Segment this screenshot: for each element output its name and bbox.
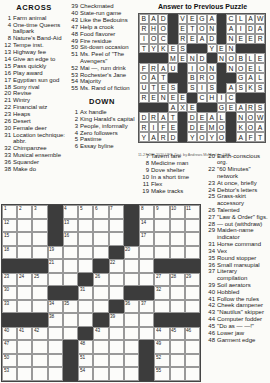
across-clue-22: 22Financial wiz bbox=[2, 104, 66, 110]
cell-number: 45 bbox=[171, 328, 176, 333]
grid-cell-r7c7[interactable] bbox=[93, 286, 108, 300]
clue-text: Tavern fare bbox=[151, 153, 181, 159]
answer-letter-cell: L bbox=[255, 63, 265, 73]
grid-cell-r2c7[interactable] bbox=[93, 219, 108, 233]
clue-text: Follow the rules bbox=[217, 296, 259, 302]
answer-letter-cell: A bbox=[197, 34, 207, 44]
answer-letter-cell: F bbox=[246, 132, 256, 142]
grid-cell-r4c4[interactable]: 19 bbox=[48, 246, 63, 260]
cell-number: 2 bbox=[19, 206, 22, 211]
grid-cell-r11c4[interactable] bbox=[48, 340, 63, 354]
grid-cell-r4c6[interactable] bbox=[78, 246, 93, 260]
grid-cell-r11c1[interactable]: 47 bbox=[2, 340, 17, 354]
black-cell bbox=[139, 354, 154, 368]
grid-cell-r13c4[interactable] bbox=[48, 367, 63, 381]
cell-number: 21 bbox=[49, 260, 54, 265]
grid-cell-r8c2[interactable] bbox=[17, 300, 32, 314]
grid-cell-r10c3[interactable]: 42 bbox=[32, 327, 47, 341]
down-clue-23: 23At once, briefly bbox=[206, 180, 269, 186]
clue-number: 28 bbox=[206, 221, 215, 227]
clue-number: 14 bbox=[2, 56, 11, 62]
across-clue-39: 39Checkmated bbox=[69, 3, 135, 9]
answer-letter-cell: B bbox=[236, 53, 246, 63]
black-cell bbox=[185, 313, 200, 327]
grid-cell-r4c1[interactable]: 18 bbox=[2, 246, 17, 260]
answer-letter-cell: I bbox=[149, 122, 159, 132]
grid-cell-r11c13[interactable] bbox=[185, 340, 200, 354]
grid-cell-r12c2[interactable] bbox=[17, 354, 32, 368]
answer-letter-cell: K bbox=[246, 83, 256, 93]
cell-number: 41 bbox=[19, 328, 24, 333]
grid-cell-r10c5[interactable] bbox=[63, 327, 78, 341]
grid-cell-r5c9[interactable] bbox=[124, 259, 139, 273]
across-clue-8: 8Nature's Band-Aid bbox=[2, 35, 66, 41]
grid-cell-r5c4[interactable]: 21 bbox=[48, 259, 63, 273]
grid-cell-r2c13[interactable] bbox=[185, 219, 200, 233]
grid-cell-r7c1[interactable]: 30 bbox=[2, 286, 17, 300]
answer-letter-cell: D bbox=[139, 112, 149, 122]
answer-letter-cell: T bbox=[187, 24, 197, 34]
black-cell bbox=[78, 273, 93, 287]
cell-number: 47 bbox=[4, 341, 9, 346]
grid-cell-r9c4[interactable]: 38 bbox=[48, 313, 63, 327]
grid-cell-r2c10[interactable]: 14 bbox=[139, 219, 154, 233]
answer-letter-cell: D bbox=[246, 24, 256, 34]
answer-black-cell bbox=[187, 93, 197, 103]
grid-cell-r11c7[interactable] bbox=[93, 340, 108, 354]
cell-number: 46 bbox=[186, 328, 191, 333]
answer-letter-cell: I bbox=[139, 34, 149, 44]
answer-letter-cell: E bbox=[217, 44, 227, 54]
answer-black-cell bbox=[236, 93, 246, 103]
across-clue-20: 20Revise bbox=[2, 90, 66, 96]
down-clues-column-2: 7Tavern fare8Medicine man9Dove shelter10… bbox=[140, 153, 202, 194]
grid-cell-r9c9[interactable] bbox=[124, 313, 139, 327]
grid-cell-r11c2[interactable] bbox=[17, 340, 32, 354]
answer-letter-cell: O bbox=[236, 63, 246, 73]
grid-cell-r13c13[interactable] bbox=[185, 367, 200, 381]
clue-number: 30 bbox=[2, 125, 11, 131]
black-cell bbox=[48, 232, 63, 246]
down-clue-34: 34Vex bbox=[206, 248, 269, 254]
clue-text: Earth-conscious org. bbox=[217, 153, 260, 165]
grid-cell-r2c8[interactable] bbox=[109, 219, 124, 233]
clue-number: 44 bbox=[206, 316, 215, 322]
grid-cell-r10c10[interactable] bbox=[139, 327, 154, 341]
grid-cell-r13c6[interactable]: 54 bbox=[78, 367, 93, 381]
grid-cell-r7c2[interactable] bbox=[17, 286, 32, 300]
across-clues-list-2: 39Checkmated40State-run game43Like the B… bbox=[69, 3, 135, 92]
grid-cell-r5c6[interactable] bbox=[78, 259, 93, 273]
across-clues-column-2: 39Checkmated40State-run game43Like the B… bbox=[69, 3, 135, 150]
answer-letter-cell: T bbox=[158, 73, 168, 83]
clue-text: Computer fodder bbox=[217, 316, 262, 322]
grid-cell-r8c6[interactable] bbox=[78, 300, 93, 314]
grid-cell-r8c1[interactable]: 33 bbox=[2, 300, 17, 314]
grid-cell-r1c3[interactable]: 3 bbox=[32, 205, 47, 219]
answer-letter-cell: H bbox=[149, 24, 159, 34]
grid-cell-r7c3[interactable] bbox=[32, 286, 47, 300]
grid-cell-r13c8[interactable] bbox=[109, 367, 124, 381]
grid-cell-r6c9[interactable] bbox=[124, 273, 139, 287]
clue-number: 34 bbox=[206, 248, 215, 254]
answer-letter-cell: O bbox=[158, 24, 168, 34]
clue-text: Sit-down occasion bbox=[80, 44, 129, 50]
answer-black-cell bbox=[246, 93, 256, 103]
answer-letter-cell: N bbox=[187, 53, 197, 63]
grid-cell-r6c1[interactable]: 23 bbox=[2, 273, 17, 287]
grid-cell-r1c11[interactable]: 9 bbox=[154, 205, 169, 219]
grid-cell-r6c3[interactable]: 25 bbox=[32, 273, 47, 287]
across-clue-31: 31Location technique: abbr. bbox=[2, 132, 66, 145]
grid-cell-r8c10[interactable]: 37 bbox=[139, 300, 154, 314]
answer-letter-cell: N bbox=[226, 63, 236, 73]
clue-number: 5 bbox=[69, 136, 78, 142]
cell-number: 48 bbox=[80, 341, 85, 346]
grid-cell-r8c4[interactable]: 34 bbox=[48, 300, 63, 314]
grid-cell-r6c5[interactable] bbox=[63, 273, 78, 287]
grid-cell-r13c2[interactable] bbox=[17, 367, 32, 381]
grid-cell-r3c10[interactable]: 17 bbox=[139, 232, 154, 246]
grid-cell-r13c3[interactable] bbox=[32, 367, 47, 381]
grid-cell-r8c3[interactable] bbox=[32, 300, 47, 314]
answer-black-cell bbox=[246, 44, 256, 54]
answer-black-cell bbox=[226, 73, 236, 83]
grid-cell-r1c6[interactable]: 5 bbox=[78, 205, 93, 219]
clue-number: 22 bbox=[2, 104, 11, 110]
grid-cell-r4c5[interactable] bbox=[63, 246, 78, 260]
answer-letter-cell: X bbox=[178, 103, 188, 113]
grid-cell-r12c3[interactable] bbox=[32, 354, 47, 368]
answer-black-cell bbox=[217, 83, 227, 93]
clue-number: 37 bbox=[206, 268, 215, 274]
clue-text: Small marsupial bbox=[217, 262, 260, 268]
across-clue-40: 40State-run game bbox=[69, 10, 135, 16]
answer-letter-cell: S bbox=[236, 83, 246, 93]
grid-cell-r9c6[interactable] bbox=[78, 313, 93, 327]
clue-number: 12 bbox=[2, 42, 11, 48]
answer-letter-cell: N bbox=[226, 44, 236, 54]
grid-cell-r6c11[interactable]: 27 bbox=[154, 273, 169, 287]
black-cell bbox=[48, 219, 63, 233]
grid-cell-r11c3[interactable] bbox=[32, 340, 47, 354]
clue-text: Food flavorer bbox=[80, 31, 115, 37]
grid-cell-r10c1[interactable]: 40 bbox=[2, 327, 17, 341]
across-clue-17: 17Egyptian sun god bbox=[2, 77, 66, 83]
answer-letter-cell: K bbox=[236, 122, 246, 132]
clue-text: Desert bbox=[13, 118, 31, 124]
clue-number: 55 bbox=[69, 85, 78, 91]
down-clue-48: 48Garment edge bbox=[206, 337, 269, 343]
grid-cell-r13c11[interactable]: 55 bbox=[154, 367, 169, 381]
grid-cell-r12c7[interactable] bbox=[93, 354, 108, 368]
clue-number: 10 bbox=[140, 174, 149, 180]
clue-number: 9 bbox=[140, 167, 149, 173]
grid-cell-r10c2[interactable]: 41 bbox=[17, 327, 32, 341]
down-clues-column-3: 20Earth-conscious org.22"60 Minutes" net… bbox=[206, 153, 269, 344]
across-clue-14: 14Give an edge to bbox=[2, 56, 66, 62]
grid-cell-r1c10[interactable]: 8 bbox=[139, 205, 154, 219]
cell-number: 28 bbox=[171, 274, 176, 279]
across-clue-32: 32Chimpanzee bbox=[2, 145, 66, 151]
clue-number: 40 bbox=[69, 10, 78, 16]
across-clue-52: 52Mai —, rum drink bbox=[69, 65, 135, 71]
down-clue-39: 39Soil aerators bbox=[206, 282, 269, 288]
clue-number: 20 bbox=[206, 153, 215, 159]
grid-cell-r13c9[interactable] bbox=[124, 367, 139, 381]
across-clue-53: 53Rochester's Jane bbox=[69, 72, 135, 78]
down-clue-8: 8Medicine man bbox=[140, 160, 202, 166]
answer-letter-cell: S bbox=[255, 103, 265, 113]
answer-letter-cell: L bbox=[246, 53, 256, 63]
down-clue-10: 10In a short time bbox=[140, 174, 202, 180]
grid-cell-r4c3[interactable] bbox=[32, 246, 47, 260]
answer-letter-cell: S bbox=[187, 83, 197, 93]
answer-letter-cell: D bbox=[187, 122, 197, 132]
answer-letter-cell: E bbox=[149, 93, 159, 103]
grid-cell-r9c10[interactable] bbox=[139, 313, 154, 327]
grid-cell-r2c2[interactable] bbox=[17, 219, 32, 233]
across-clue-15: 15Pass quickly bbox=[2, 63, 66, 69]
grid-cell-r7c12[interactable] bbox=[170, 286, 185, 300]
clue-text: — out (withdraw) bbox=[217, 221, 262, 227]
answer-black-cell bbox=[158, 103, 168, 113]
clue-number: 18 bbox=[2, 84, 11, 90]
grid-cell-r2c6[interactable] bbox=[78, 219, 93, 233]
answer-letter-cell: E bbox=[187, 103, 197, 113]
answer-letter-cell: O bbox=[197, 24, 207, 34]
grid-cell-r8c13[interactable] bbox=[185, 300, 200, 314]
cell-number: 10 bbox=[171, 206, 176, 211]
answer-black-cell bbox=[236, 44, 246, 54]
down-clue-20: 20Earth-conscious org. bbox=[206, 153, 269, 166]
grid-cell-r3c2[interactable] bbox=[17, 232, 32, 246]
grid-cell-r12c13[interactable] bbox=[185, 354, 200, 368]
clue-text: Pastime bbox=[80, 136, 102, 142]
grid-cell-r6c8[interactable] bbox=[109, 273, 124, 287]
clue-text: Tempe inst. bbox=[13, 42, 44, 48]
grid-cell-r3c5[interactable]: 16 bbox=[63, 232, 78, 246]
answer-black-cell bbox=[197, 44, 207, 54]
grid-cell-r10c4[interactable] bbox=[48, 327, 63, 341]
black-cell bbox=[32, 259, 47, 273]
grid-cell-r1c8[interactable]: 7 bbox=[109, 205, 124, 219]
grid-cell-r6c12[interactable]: 28 bbox=[170, 273, 185, 287]
answer-letter-cell: N bbox=[158, 93, 168, 103]
grid-cell-r2c1[interactable]: 12 bbox=[2, 219, 17, 233]
grid-cell-r12c4[interactable] bbox=[48, 354, 63, 368]
answer-letter-cell: R bbox=[255, 34, 265, 44]
clue-number: 26 bbox=[206, 207, 215, 213]
clue-number: 4 bbox=[69, 130, 78, 136]
cell-number: 24 bbox=[19, 274, 24, 279]
across-clue-43: 43Like the Bedouins bbox=[69, 17, 135, 23]
grid-cell-r10c7[interactable]: 43 bbox=[93, 327, 108, 341]
grid-cell-r7c13[interactable] bbox=[185, 286, 200, 300]
grid-cell-r2c11[interactable] bbox=[154, 219, 169, 233]
grid-cell-r13c12[interactable] bbox=[170, 367, 185, 381]
grid-cell-r10c13[interactable]: 46 bbox=[185, 327, 200, 341]
grid-cell-r1c13[interactable]: 11 bbox=[185, 205, 200, 219]
grid-cell-r4c13[interactable] bbox=[185, 246, 200, 260]
grid-cell-r9c5[interactable] bbox=[63, 313, 78, 327]
answer-letter-cell: E bbox=[178, 93, 188, 103]
grid-cell-r12c12[interactable] bbox=[170, 354, 185, 368]
grid-cell-r2c12[interactable] bbox=[170, 219, 185, 233]
grid-cell-r3c8[interactable] bbox=[109, 232, 124, 246]
grid-cell-r8c7[interactable] bbox=[93, 300, 108, 314]
answer-letter-cell: A bbox=[158, 63, 168, 73]
grid-cell-r3c6[interactable] bbox=[78, 232, 93, 246]
clue-text: Farm animal bbox=[13, 15, 46, 21]
down-clues-list-1: 1Ax handle2King Harald's capital3People,… bbox=[69, 109, 135, 150]
clue-number: 51 bbox=[69, 51, 78, 57]
grid-cell-r11c12[interactable] bbox=[170, 340, 185, 354]
grid-cell-r8c12[interactable] bbox=[170, 300, 185, 314]
clue-text: Nature's Band-Aid bbox=[13, 35, 62, 41]
down-clue-46: 46Lower jaw bbox=[206, 330, 269, 336]
clue-number: 3 bbox=[69, 123, 78, 129]
clue-text: Garment edge bbox=[217, 337, 255, 343]
across-clue-47: 47Help a crook bbox=[69, 24, 135, 30]
answer-letter-cell: I bbox=[197, 83, 207, 93]
grid-cell-r6c10[interactable] bbox=[139, 273, 154, 287]
grid-cell-r13c1[interactable]: 53 bbox=[2, 367, 17, 381]
grid-cell-r2c3[interactable] bbox=[32, 219, 47, 233]
clue-text: Female deer bbox=[13, 125, 47, 131]
grid-cell-r4c2[interactable] bbox=[17, 246, 32, 260]
grid-cell-r12c8[interactable] bbox=[109, 354, 124, 368]
cell-number: 34 bbox=[49, 301, 54, 306]
grid-cell-r7c11[interactable]: 32 bbox=[154, 286, 169, 300]
grid-cell-r1c7[interactable]: 6 bbox=[93, 205, 108, 219]
grid-cell-r1c12[interactable]: 10 bbox=[170, 205, 185, 219]
clue-text: Ms. Rand of fiction bbox=[80, 85, 130, 91]
across-clue-13: 13Highway fee bbox=[2, 49, 66, 55]
black-cell bbox=[63, 367, 78, 381]
black-cell bbox=[185, 259, 200, 273]
grid-cell-r7c8[interactable] bbox=[109, 286, 124, 300]
answer-to-previous-header: Answer to Previous Puzzle bbox=[138, 3, 267, 10]
across-clue-16: 16Play award bbox=[2, 70, 66, 76]
grid-cell-r6c13[interactable]: 29 bbox=[185, 273, 200, 287]
across-clue-18: 18Sony rival bbox=[2, 84, 66, 90]
across-clue-26: 26Desert bbox=[2, 118, 66, 124]
grid-cell-r11c8[interactable] bbox=[109, 340, 124, 354]
grid-cell-r10c9[interactable] bbox=[124, 327, 139, 341]
grid-cell-r4c10[interactable] bbox=[139, 246, 154, 260]
grid-cell-r6c7[interactable]: 26 bbox=[93, 273, 108, 287]
grid-cell-r5c5[interactable] bbox=[63, 259, 78, 273]
answer-letter-cell: O bbox=[246, 112, 256, 122]
grid-cell-r12c1[interactable]: 50 bbox=[2, 354, 17, 368]
grid-cell-r12c11[interactable]: 52 bbox=[154, 354, 169, 368]
grid-cell-r9c8[interactable]: 39 bbox=[109, 313, 124, 327]
cell-number: 42 bbox=[34, 328, 39, 333]
grid-cell-r3c3[interactable] bbox=[32, 232, 47, 246]
grid-cell-r4c12[interactable] bbox=[170, 246, 185, 260]
grid-cell-r4c7[interactable] bbox=[93, 246, 108, 260]
grid-cell-r12c6[interactable]: 51 bbox=[78, 354, 93, 368]
grid-cell-r5c10[interactable] bbox=[139, 259, 154, 273]
grid-cell-r10c11[interactable]: 44 bbox=[154, 327, 169, 341]
answer-letter-cell: E bbox=[197, 112, 207, 122]
answer-letter-cell: A bbox=[236, 132, 246, 142]
grid-cell-r3c7[interactable] bbox=[93, 232, 108, 246]
grid-cell-r8c5[interactable]: 35 bbox=[63, 300, 78, 314]
answer-black-cell bbox=[178, 112, 188, 122]
grid-cell-r3c13[interactable] bbox=[185, 232, 200, 246]
grid-cell-r6c4[interactable] bbox=[48, 273, 63, 287]
cell-number: 29 bbox=[186, 274, 191, 279]
grid-cell-r7c6[interactable]: 31 bbox=[78, 286, 93, 300]
clue-text: Give an edge to bbox=[13, 56, 55, 62]
answer-letter-cell: R bbox=[149, 112, 159, 122]
grid-cell-r2c5[interactable]: 13 bbox=[63, 219, 78, 233]
clue-text: Financial wiz bbox=[13, 104, 47, 110]
down-clues-list-3: 20Earth-conscious org.22"60 Minutes" net… bbox=[206, 153, 269, 343]
grid-cell-r8c11[interactable] bbox=[154, 300, 169, 314]
cell-number: 53 bbox=[4, 368, 9, 373]
grid-cell-r10c12[interactable]: 45 bbox=[170, 327, 185, 341]
grid-cell-r3c1[interactable]: 15 bbox=[2, 232, 17, 246]
clue-number: 26 bbox=[2, 118, 11, 124]
grid-cell-r4c9[interactable]: 20 bbox=[124, 246, 139, 260]
grid-cell-r6c2[interactable]: 24 bbox=[17, 273, 32, 287]
clue-number: 19 bbox=[140, 188, 149, 194]
grid-cell-r1c2[interactable]: 2 bbox=[17, 205, 32, 219]
down-clue-4: 4Zero followers bbox=[69, 130, 135, 136]
clue-number: 36 bbox=[2, 159, 11, 165]
down-clue-36: 36Small marsupial bbox=[206, 262, 269, 268]
down-clue-19: 19Make tracks bbox=[140, 188, 202, 194]
grid-cell-r11c11[interactable]: 49 bbox=[154, 340, 169, 354]
grid-cell-r11c6[interactable]: 48 bbox=[78, 340, 93, 354]
grid-cell-r5c8[interactable]: 22 bbox=[109, 259, 124, 273]
answer-letter-cell: A bbox=[236, 103, 246, 113]
grid-cell-r1c1[interactable]: 1 bbox=[2, 205, 17, 219]
grid-cell-r4c11[interactable] bbox=[154, 246, 169, 260]
grid-cell-r10c8[interactable] bbox=[109, 327, 124, 341]
grid-cell-r11c9[interactable] bbox=[124, 340, 139, 354]
answer-letter-cell: D bbox=[187, 112, 197, 122]
black-cell bbox=[93, 259, 108, 273]
grid-cell-r1c5[interactable]: 4 bbox=[63, 205, 78, 219]
black-cell bbox=[139, 367, 154, 381]
clue-number: 8 bbox=[2, 35, 11, 41]
grid-cell-r8c9[interactable]: 36 bbox=[124, 300, 139, 314]
clue-text: At once, briefly bbox=[217, 180, 257, 186]
grid-cell-r3c12[interactable] bbox=[170, 232, 185, 246]
down-clue-45: 45"Do as — —!" bbox=[206, 323, 269, 329]
black-cell bbox=[78, 327, 93, 341]
grid-cell-r12c9[interactable] bbox=[124, 354, 139, 368]
across-clue-54: 54Majority bbox=[69, 78, 135, 84]
answer-black-cell bbox=[149, 53, 159, 63]
answer-letter-cell: R bbox=[139, 122, 149, 132]
clue-number: 52 bbox=[69, 65, 78, 71]
black-cell bbox=[17, 259, 32, 273]
across-header: ACROSS bbox=[2, 3, 66, 12]
grid-cell-r3c11[interactable] bbox=[154, 232, 169, 246]
answer-letter-cell: Y bbox=[207, 44, 217, 54]
grid-cell-r13c7[interactable] bbox=[93, 367, 108, 381]
down-clue-31: 31Horse command bbox=[206, 241, 269, 247]
clue-text: Talented bbox=[217, 207, 240, 213]
answer-letter-cell: O bbox=[197, 63, 207, 73]
answer-letter-cell: A bbox=[246, 73, 256, 83]
black-cell bbox=[32, 313, 47, 327]
